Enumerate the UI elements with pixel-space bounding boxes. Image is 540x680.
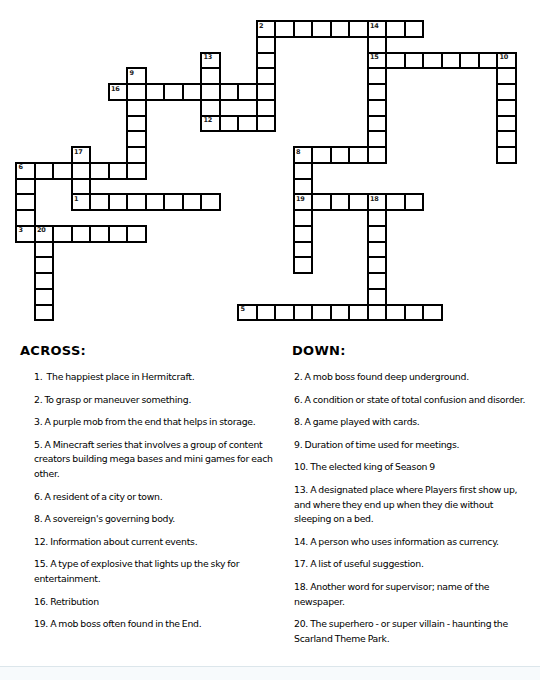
grid-cell[interactable] [126,225,147,243]
grid-cell[interactable] [330,193,351,211]
down-clue-6: 6. A condition or state of total confusi… [294,393,532,408]
grid-cell[interactable] [311,20,332,38]
grid-cell[interactable] [52,162,73,180]
grid-cell[interactable] [311,304,332,322]
grid-cell[interactable]: 1 [71,193,92,211]
grid-cell[interactable] [126,162,147,180]
grid-cell[interactable] [422,52,443,70]
grid-cell[interactable] [404,304,425,322]
down-clue-17: 17. A list of useful suggestion. [294,557,532,572]
clue-number-label: 5 [241,305,245,313]
crossword-page: { "page": { "background": "#ffffff", "gr… [0,0,540,680]
down-header: DOWN: [292,343,536,358]
grid-cell[interactable] [385,20,406,38]
grid-cell[interactable] [311,193,332,211]
grid-cell[interactable] [478,52,499,70]
grid-cell[interactable] [256,304,277,322]
grid-cell[interactable] [404,193,425,211]
grid-cell[interactable] [385,193,406,211]
clue-number-label: 19 [296,195,304,203]
grid-cell[interactable] [311,146,332,164]
across-clue-5: 5. A Minecraft series that involves a gr… [34,438,282,482]
grid-cell[interactable] [34,162,55,180]
grid-cell[interactable] [219,115,240,133]
grid-cell[interactable] [200,193,221,211]
grid-cell[interactable] [89,162,110,180]
down-clue-9: 9. Duration of time used for meetings. [294,438,532,453]
clue-number-label: 2 [259,22,263,30]
across-clue-8: 8. A sovereign's governing body. [34,512,282,527]
clue-number-label: 1 [74,195,78,203]
clue-number-label: 8 [296,148,300,156]
grid-cell[interactable] [293,304,314,322]
clue-number-label: 9 [130,69,134,77]
across-clue-3: 3. A purple mob from the end that helps … [34,415,282,430]
grid-cell[interactable] [182,83,203,101]
grid-cell[interactable] [348,193,369,211]
grid-cell[interactable] [126,193,147,211]
down-clues-column: DOWN: 2. A mob boss found deep undergrou… [292,343,536,654]
across-clue-list: 1. The happiest place in Hermitcraft.2. … [34,370,278,632]
grid-cell[interactable] [237,115,258,133]
grid-cell[interactable] [108,193,129,211]
grid-cell[interactable] [293,256,314,274]
clue-number-label: 13 [204,53,212,61]
grid-cell[interactable] [89,225,110,243]
grid-cell[interactable] [108,162,129,180]
grid-cell[interactable] [145,193,166,211]
clue-number-label: 16 [111,85,119,93]
grid-cell[interactable] [237,83,258,101]
down-clue-18: 18. Another word for supervisor; name of… [294,580,532,609]
grid-cell[interactable] [274,304,295,322]
clue-number-label: 14 [370,22,378,30]
across-clues-column: ACROSS: 1. The happiest place in Hermitc… [20,343,278,640]
grid-cell[interactable] [459,52,480,70]
grid-cell[interactable]: 3 [15,225,36,243]
grid-cell[interactable] [145,83,166,101]
grid-cell[interactable] [348,304,369,322]
grid-cell[interactable] [274,20,295,38]
grid-cell[interactable] [89,193,110,211]
down-clue-8: 8. A game played with cards. [294,415,532,430]
grid-cell[interactable] [422,304,443,322]
clue-number-label: 15 [370,53,378,61]
across-clue-15: 15. A type of explosive that lights up t… [34,557,282,586]
grid-cell[interactable] [330,20,351,38]
across-clue-6: 6. A resident of a city or town. [34,490,282,505]
clue-number-label: 6 [19,163,23,171]
grid-cell[interactable] [293,20,314,38]
grid-cell[interactable] [256,115,277,133]
grid-cell[interactable] [348,20,369,38]
grid-cell[interactable] [385,304,406,322]
down-clue-14: 14. A person who uses information as cur… [294,535,532,550]
grid-cell[interactable] [348,146,369,164]
down-clue-10: 10. The elected king of Season 9 [294,460,532,475]
grid-cell[interactable] [330,304,351,322]
grid-cell[interactable]: 16 [108,83,129,101]
grid-cell[interactable] [219,83,240,101]
grid-cell[interactable] [163,83,184,101]
clue-number-label: 20 [37,226,45,234]
grid-cell[interactable] [404,20,425,38]
grid-cell[interactable] [163,193,184,211]
grid-cell[interactable] [330,146,351,164]
grid-cell[interactable] [52,225,73,243]
grid-cell[interactable] [108,225,129,243]
grid-cell[interactable] [496,146,517,164]
down-clue-13: 13. A designated place where Players fir… [294,483,532,527]
across-clue-19: 19. A mob boss often found in the End. [34,617,282,632]
clue-number-label: 18 [370,195,378,203]
grid-cell[interactable] [441,52,462,70]
grid-cell[interactable] [71,225,92,243]
grid-cell[interactable] [182,193,203,211]
across-clue-16: 16. Retribution [34,595,282,610]
grid-cell[interactable] [367,304,388,322]
grid-cell[interactable] [385,52,406,70]
across-clue-1: 1. The happiest place in Hermitcraft. [34,370,282,385]
across-clue-12: 12. Information about current events. [34,535,282,550]
down-clue-list: 2. A mob boss found deep underground.6. … [294,370,536,646]
down-clue-2: 2. A mob boss found deep underground. [294,370,532,385]
clue-number-label: 12 [204,116,212,124]
crossword-grid[interactable]: 214131510916121786119183205 [0,0,540,330]
down-clue-20: 20. The superhero - or super villain - h… [294,617,532,646]
clue-number-label: 3 [19,226,23,234]
clue-number-label: 10 [500,53,508,61]
clue-number-label: 17 [74,148,82,156]
grid-cell[interactable] [367,146,388,164]
page-bottom-divider [0,666,540,680]
grid-cell[interactable] [34,304,55,322]
grid-cell[interactable]: 12 [200,115,221,133]
across-header: ACROSS: [20,343,278,358]
grid-cell[interactable] [404,52,425,70]
across-clue-2: 2. To grasp or maneuver something. [34,393,282,408]
grid-cell[interactable]: 5 [237,304,258,322]
